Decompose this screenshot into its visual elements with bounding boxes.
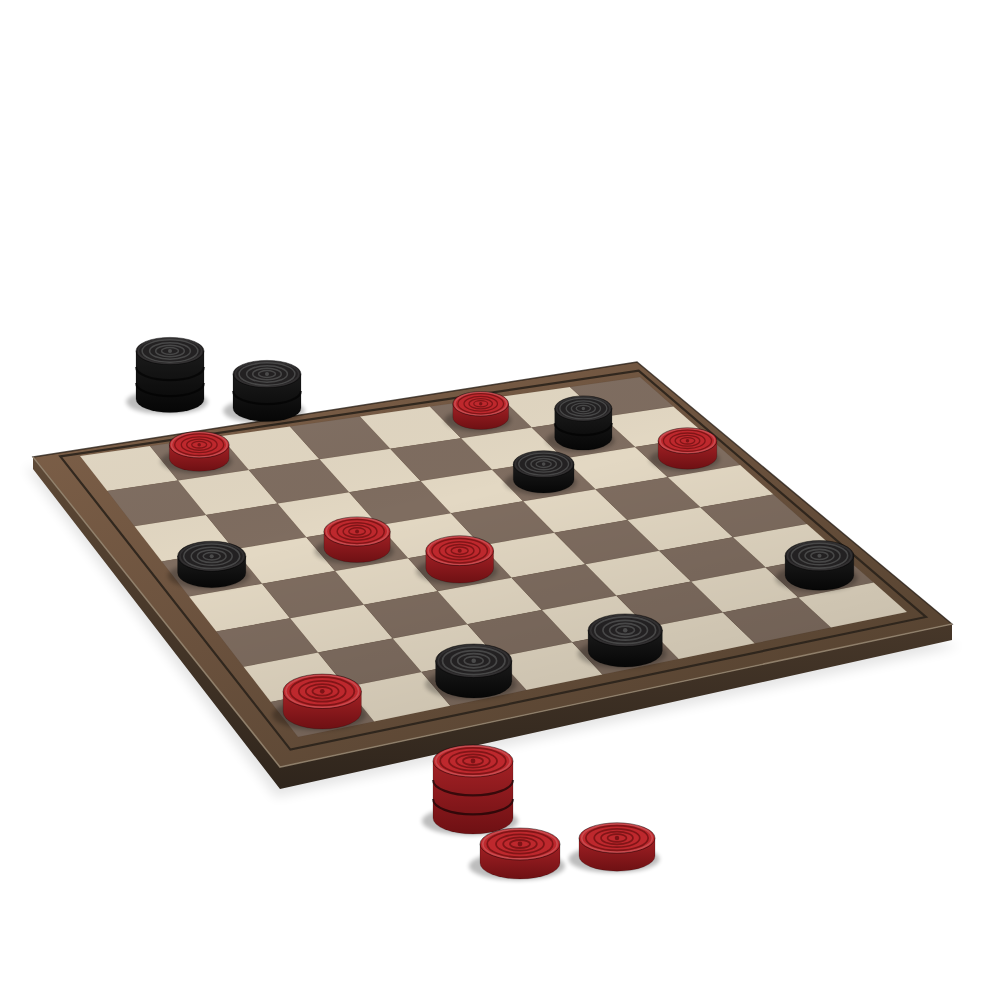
checker-ring-center <box>168 349 172 353</box>
checker-ring-center <box>817 554 821 558</box>
checker-ring-center <box>210 554 214 558</box>
checker-black-stack-3[interactable] <box>126 337 208 414</box>
checker-red-stack-3[interactable] <box>422 745 518 835</box>
checker-ring-center <box>265 372 269 376</box>
checker-ring-center <box>518 842 523 847</box>
checkers-board-photo <box>0 0 1000 1000</box>
checkers-scene <box>0 0 1000 1000</box>
checker-ring-center <box>542 462 546 466</box>
checker-black-stack-2[interactable] <box>223 360 305 423</box>
checker-red[interactable] <box>469 828 565 880</box>
checker-ring-center <box>582 407 585 410</box>
checker-ring-center <box>686 439 690 443</box>
checker-black-stack-2[interactable] <box>546 396 615 452</box>
checker-ring-center <box>623 628 627 632</box>
checker-ring-center <box>355 529 359 533</box>
checker-ring-center <box>458 549 462 553</box>
checker-ring-center <box>320 689 325 694</box>
checker-red[interactable] <box>568 823 659 873</box>
checker-ring-center <box>479 402 482 405</box>
checker-ring-center <box>471 658 476 663</box>
checker-ring-center <box>471 759 476 764</box>
checker-ring-center <box>615 836 620 841</box>
checker-ring-center <box>197 443 201 447</box>
